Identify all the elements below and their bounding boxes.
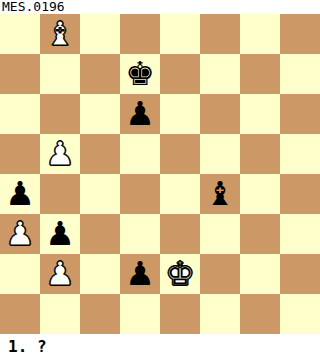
chess-diagram-window: MES.0196 ♝♚♟♟♟♝♟♟♟♟♚ 1. ? [0, 0, 320, 360]
piece-white-pawn: ♟ [45, 254, 75, 294]
square-a7[interactable] [0, 54, 40, 94]
square-c2[interactable] [80, 254, 120, 294]
piece-black-pawn: ♟ [125, 254, 155, 294]
piece-black-pawn: ♟ [125, 94, 155, 134]
square-c8[interactable] [80, 14, 120, 54]
piece-black-bishop: ♝ [205, 174, 235, 214]
chess-board: ♝♚♟♟♟♝♟♟♟♟♚ [0, 14, 320, 334]
square-d6[interactable]: ♟ [120, 94, 160, 134]
move-prompt: 1. ? [0, 334, 320, 360]
square-b7[interactable] [40, 54, 80, 94]
square-e2[interactable]: ♚ [160, 254, 200, 294]
square-a3[interactable]: ♟ [0, 214, 40, 254]
square-b8[interactable]: ♝ [40, 14, 80, 54]
square-h2[interactable] [280, 254, 320, 294]
square-d1[interactable] [120, 294, 160, 334]
square-g3[interactable] [240, 214, 280, 254]
square-b3[interactable]: ♟ [40, 214, 80, 254]
square-a5[interactable] [0, 134, 40, 174]
square-d4[interactable] [120, 174, 160, 214]
square-c1[interactable] [80, 294, 120, 334]
piece-black-king: ♚ [125, 54, 155, 94]
square-e4[interactable] [160, 174, 200, 214]
square-e8[interactable] [160, 14, 200, 54]
square-b4[interactable] [40, 174, 80, 214]
square-g6[interactable] [240, 94, 280, 134]
square-d3[interactable] [120, 214, 160, 254]
square-g4[interactable] [240, 174, 280, 214]
square-d8[interactable] [120, 14, 160, 54]
square-b2[interactable]: ♟ [40, 254, 80, 294]
square-b5[interactable]: ♟ [40, 134, 80, 174]
square-h4[interactable] [280, 174, 320, 214]
square-f1[interactable] [200, 294, 240, 334]
piece-white-pawn: ♟ [5, 214, 35, 254]
square-h6[interactable] [280, 94, 320, 134]
square-e5[interactable] [160, 134, 200, 174]
piece-white-pawn: ♟ [45, 134, 75, 174]
square-d5[interactable] [120, 134, 160, 174]
square-h7[interactable] [280, 54, 320, 94]
square-g8[interactable] [240, 14, 280, 54]
diagram-id: MES.0196 [0, 0, 320, 14]
square-a1[interactable] [0, 294, 40, 334]
square-e6[interactable] [160, 94, 200, 134]
square-h1[interactable] [280, 294, 320, 334]
square-a4[interactable]: ♟ [0, 174, 40, 214]
piece-black-pawn: ♟ [45, 214, 75, 254]
square-g2[interactable] [240, 254, 280, 294]
square-a6[interactable] [0, 94, 40, 134]
square-b1[interactable] [40, 294, 80, 334]
square-e3[interactable] [160, 214, 200, 254]
square-c4[interactable] [80, 174, 120, 214]
square-c5[interactable] [80, 134, 120, 174]
square-e7[interactable] [160, 54, 200, 94]
square-c3[interactable] [80, 214, 120, 254]
square-f8[interactable] [200, 14, 240, 54]
square-g5[interactable] [240, 134, 280, 174]
square-d2[interactable]: ♟ [120, 254, 160, 294]
square-f3[interactable] [200, 214, 240, 254]
square-h5[interactable] [280, 134, 320, 174]
square-c7[interactable] [80, 54, 120, 94]
square-a8[interactable] [0, 14, 40, 54]
square-f6[interactable] [200, 94, 240, 134]
square-c6[interactable] [80, 94, 120, 134]
square-f4[interactable]: ♝ [200, 174, 240, 214]
square-g7[interactable] [240, 54, 280, 94]
piece-black-pawn: ♟ [5, 174, 35, 214]
square-h8[interactable] [280, 14, 320, 54]
square-g1[interactable] [240, 294, 280, 334]
square-f5[interactable] [200, 134, 240, 174]
square-e1[interactable] [160, 294, 200, 334]
square-a2[interactable] [0, 254, 40, 294]
piece-white-bishop: ♝ [45, 14, 75, 54]
square-b6[interactable] [40, 94, 80, 134]
piece-white-king: ♚ [165, 254, 195, 294]
square-h3[interactable] [280, 214, 320, 254]
square-f2[interactable] [200, 254, 240, 294]
square-f7[interactable] [200, 54, 240, 94]
square-d7[interactable]: ♚ [120, 54, 160, 94]
